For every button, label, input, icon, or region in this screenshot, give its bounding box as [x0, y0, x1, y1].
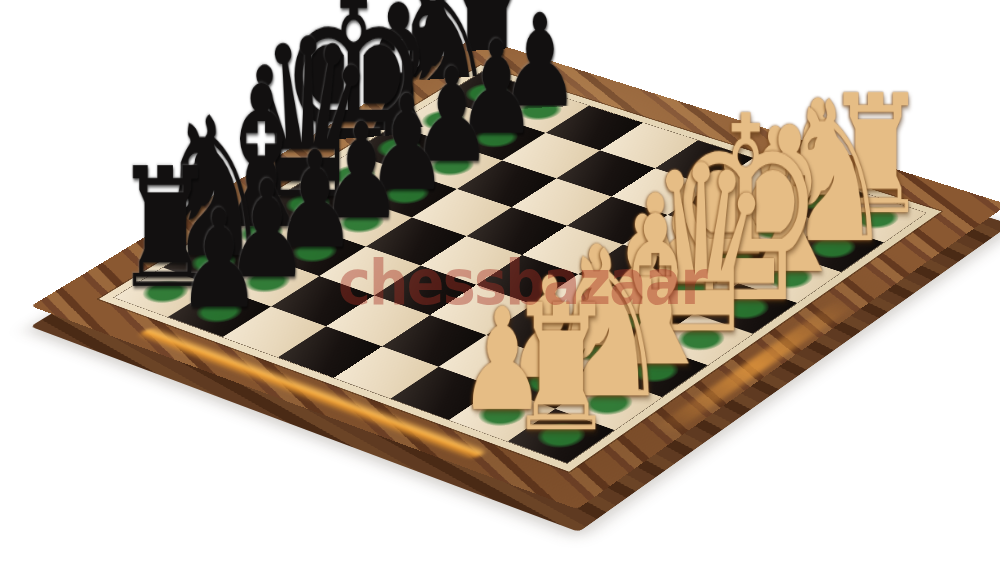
maple-margin: ♜♞♝♛♚♝♞♜♟♟♟♟♟♟♟♟♟♟♟♟♟♟♟♟♜♞♝♛♚♝♞♜: [99, 65, 941, 471]
chess-board: ♜♞♝♛♚♝♞♜♟♟♟♟♟♟♟♟♟♟♟♟♟♟♟♟♜♞♝♛♚♝♞♜: [31, 37, 1000, 509]
product-photo-stage: ♜♞♝♛♚♝♞♜♟♟♟♟♟♟♟♟♟♟♟♟♟♟♟♟♜♞♝♛♚♝♞♜ chessba…: [0, 0, 1000, 563]
piece-black-pawn-a7[interactable]: ♟: [177, 192, 262, 328]
square-a7[interactable]: ♟: [168, 287, 271, 337]
square-a1[interactable]: ♜: [508, 409, 615, 464]
piece-white-rook-a1[interactable]: ♜: [507, 282, 616, 457]
board-scene: ♜♞♝♛♚♝♞♜♟♟♟♟♟♟♟♟♟♟♟♟♟♟♟♟♜♞♝♛♚♝♞♜: [0, 0, 1000, 563]
